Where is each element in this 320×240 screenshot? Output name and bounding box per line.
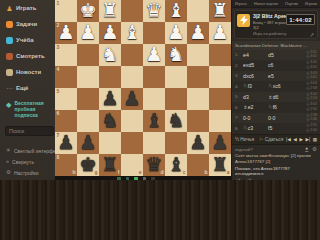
white-bishop[interactable]: ♝ <box>165 0 187 22</box>
square-g2[interactable]: ♟ <box>77 22 99 44</box>
square-b6[interactable] <box>187 110 209 132</box>
system-message: Похоже, что Алекс1877787 отсоединился <box>235 166 317 176</box>
bottom-strip <box>55 176 231 180</box>
board-options-icon[interactable]: ▦ <box>313 137 317 142</box>
game-panel: ИгратьНовая партияПартииИгроки 3|2 Blitz… <box>231 0 320 180</box>
sun-icon: ☀ <box>6 148 11 154</box>
square-g3[interactable] <box>77 44 99 66</box>
sidebar-item-label: Ещё <box>16 85 28 91</box>
sidebar-footer: ☀Светлый интерфейс«Свернуть⚙Настройки <box>0 145 55 178</box>
feedback-row: ☝ ☟ <box>235 178 317 180</box>
add-friend-icon[interactable] <box>304 147 310 154</box>
square-d7[interactable] <box>143 132 165 154</box>
tab-2[interactable]: Партии <box>285 2 298 6</box>
move-times: ◷ 3:02◷ 3:02 <box>293 61 318 69</box>
white-move[interactable]: exd5 <box>243 62 268 68</box>
move-times: ◷ 2:58◷ 2:46 <box>293 114 318 122</box>
square-h6[interactable]: 6 <box>55 110 77 132</box>
prev-move-button[interactable]: ◀ <box>293 137 297 142</box>
black-pawn[interactable]: ♟ <box>77 132 99 154</box>
taskbar-icon-1[interactable] <box>126 177 130 180</box>
sidebar-item-label: Задачи <box>16 21 37 27</box>
black-time: ◷ 2:58 <box>306 87 317 91</box>
white-move[interactable]: ♘f3 <box>243 83 268 89</box>
move-list: 1.e4d5◷ 3:01◷ 3:012.exd5c6◷ 3:02◷ 3:023.… <box>232 50 320 134</box>
square-b7[interactable]: ♟ <box>187 132 209 154</box>
black-pawn[interactable]: ♟ <box>187 132 209 154</box>
collapse-icon: « <box>6 159 9 165</box>
move-nav: |◀◀▶▶|▦ <box>286 137 317 142</box>
lightning-icon <box>237 14 250 27</box>
white-bishop[interactable]: ♝ <box>121 22 143 44</box>
square-f2[interactable]: ♟ <box>99 22 121 44</box>
sidebar-footer-Настройки[interactable]: ⚙Настройки <box>0 167 55 178</box>
square-d6[interactable]: ♝ <box>143 110 165 132</box>
move-times: ◷ 3:02◷ 2:54 <box>293 93 318 101</box>
black-move[interactable]: c6 <box>268 62 293 68</box>
move-times: ◷ 3:03◷ 3:01 <box>293 72 318 80</box>
sidebar-item-Играть[interactable]: ♟Играть <box>0 0 55 16</box>
black-pawn[interactable]: ♟ <box>121 88 143 110</box>
move-times: ◷ 2:55◷ 2:40 <box>293 124 318 132</box>
sidebar-items: ♟ИгратьЗадачиУчёбаСмотретьНовости⋯Ещё <box>0 0 55 96</box>
square-a4[interactable] <box>209 66 231 88</box>
file-label: b <box>204 170 207 175</box>
square-f3[interactable]: ♞ <box>99 44 121 66</box>
square-d1[interactable]: ♛ <box>143 0 165 22</box>
square-g6[interactable] <box>77 110 99 132</box>
next-move-button[interactable]: ▶ <box>299 137 303 142</box>
move-number: 7. <box>235 115 243 120</box>
square-c8[interactable]: c♝ <box>165 154 187 176</box>
move-row-6: 6.♗e2♘f6◷ 3:00◷ 2:50 <box>232 102 320 113</box>
white-knight[interactable]: ♞ <box>99 44 121 66</box>
white-queen[interactable]: ♛ <box>143 0 165 22</box>
square-h2[interactable]: 2♟ <box>55 22 77 44</box>
square-c1[interactable]: ♝ <box>165 0 187 22</box>
sidebar-item-Смотреть[interactable]: Смотреть <box>0 48 55 64</box>
black-move[interactable]: ♗d6 <box>268 94 293 100</box>
black-pawn[interactable]: ♟ <box>209 132 231 154</box>
rank-label: 1 <box>57 1 60 6</box>
black-rook[interactable]: ♜ <box>99 154 121 176</box>
square-d3[interactable]: ♟ <box>143 44 165 66</box>
square-g7[interactable]: ♟ <box>77 132 99 154</box>
sidebar-item-label: Играть <box>16 5 36 11</box>
black-move[interactable]: e5 <box>268 73 293 79</box>
diamond-icon: ◆ <box>6 101 11 108</box>
tournament-time-control: 3|2 <box>253 25 315 30</box>
square-g4[interactable] <box>77 66 99 88</box>
white-pawn[interactable]: ♟ <box>55 22 77 44</box>
square-h1[interactable]: 1 <box>55 0 77 22</box>
square-e7[interactable] <box>121 132 143 154</box>
black-bishop[interactable]: ♝ <box>143 110 165 132</box>
free-trial-label: Бесплатная пробная подписка <box>14 100 51 118</box>
move-number: 1. <box>235 52 243 57</box>
black-time: ◷ 2:46 <box>306 118 317 122</box>
move-row-1: 1.e4d5◷ 3:01◷ 3:01 <box>232 50 320 61</box>
square-d4[interactable] <box>143 66 165 88</box>
sidebar-footer-label: Свернуть <box>12 159 34 165</box>
file-label: e <box>139 170 142 175</box>
taskbar-icon-4[interactable] <box>151 177 155 180</box>
tournament-banner[interactable]: 3|2 Blitz Арена Блиц • 387 игроков 3|2 1… <box>234 10 318 39</box>
white-move[interactable]: dxc6 <box>243 73 268 79</box>
sidebar-item-label: Новости <box>16 69 41 75</box>
white-rook[interactable]: ♜ <box>99 0 121 22</box>
square-f5[interactable]: ♟ <box>99 88 121 110</box>
black-time: ◷ 2:50 <box>306 108 317 112</box>
white-rook[interactable]: ♜ <box>209 0 231 22</box>
sidebar-footer-Светлый интерфейс[interactable]: ☀Светлый интерфейс <box>0 145 55 156</box>
black-bishop[interactable]: ♝ <box>165 154 187 176</box>
square-f7[interactable] <box>99 132 121 154</box>
move-row-5: 5.d3♗d6◷ 3:02◷ 2:54 <box>232 92 320 103</box>
tab-1[interactable]: Новая партия <box>254 2 278 6</box>
sidebar-item-Учёба[interactable]: Учёба <box>0 32 55 48</box>
square-c7[interactable] <box>165 132 187 154</box>
taskbar-icon-0[interactable] <box>117 177 121 180</box>
chess-board[interactable]: 1♚♜♛♝♜2♟♟♟♝♟♟♟3♞♟♞45♟♟6♞♝♞7♟♟♟♟8hg♚f♜ed♛… <box>55 0 231 176</box>
black-time: ◷ 2:54 <box>306 97 317 101</box>
white-pawn[interactable]: ♟ <box>99 22 121 44</box>
square-f4[interactable] <box>99 66 121 88</box>
black-move[interactable]: ♘xc6 <box>268 83 293 89</box>
rank-label: 3 <box>57 45 60 50</box>
move-row-4: 4.♘f3♘xc6◷ 3:04◷ 2:58 <box>232 81 320 92</box>
square-b5[interactable] <box>187 88 209 110</box>
square-a5[interactable] <box>209 88 231 110</box>
black-time: ◷ 3:02 <box>306 66 317 70</box>
square-a3[interactable] <box>209 44 231 66</box>
chat-icons: ⚙ <box>304 147 317 154</box>
black-rook[interactable]: ♜ <box>209 154 231 176</box>
square-f1[interactable]: ♜ <box>99 0 121 22</box>
square-b2[interactable]: ♟ <box>187 22 209 44</box>
white-knight[interactable]: ♞ <box>165 44 187 66</box>
black-time: ◷ 2:40 <box>306 129 317 133</box>
graduation-cap-icon <box>6 37 13 44</box>
move-number: 3. <box>235 73 243 78</box>
move-row-3: 3.dxc6e5◷ 3:03◷ 3:01 <box>232 71 320 82</box>
match-score-message: Счёт матча смитБлэкхоукс [2] против Алек… <box>235 153 311 164</box>
rank-label: 8 <box>57 155 60 160</box>
rank-label: 6 <box>57 111 60 116</box>
puzzle-icon <box>6 21 13 28</box>
square-e5[interactable]: ♟ <box>121 88 143 110</box>
more-icon: ⋯ <box>6 85 13 92</box>
move-number: 4. <box>235 84 243 89</box>
tv-icon <box>6 53 13 60</box>
sidebar-footer-Свернуть[interactable]: «Свернуть <box>0 156 55 167</box>
opening-name: Scandinavian Defense: Blackburne Klooste… <box>232 41 320 50</box>
square-g5[interactable] <box>77 88 99 110</box>
square-c2[interactable]: ♟ <box>165 22 187 44</box>
move-number: 5. <box>235 94 243 99</box>
move-times: ◷ 3:01◷ 3:01 <box>293 51 318 59</box>
draw-button[interactable]: ½ Ничья <box>235 137 254 142</box>
white-pawn[interactable]: ♟ <box>165 22 187 44</box>
sidebar-item-label: Учёба <box>16 37 34 43</box>
square-c5[interactable] <box>165 88 187 110</box>
sidebar-item-label: Смотреть <box>16 53 45 59</box>
black-time: ◷ 3:01 <box>306 76 317 80</box>
black-pawn[interactable]: ♟ <box>55 132 77 154</box>
black-pawn[interactable]: ♟ <box>99 88 121 110</box>
tab-3[interactable]: Игроки <box>305 2 317 6</box>
move-row-7: 7.0-00-0◷ 2:58◷ 2:46 <box>232 113 320 124</box>
square-a8[interactable]: a♜ <box>209 154 231 176</box>
white-king[interactable]: ♚ <box>77 0 99 22</box>
square-e1[interactable] <box>121 0 143 22</box>
white-move[interactable]: ♗e2 <box>243 104 268 110</box>
square-b4[interactable] <box>187 66 209 88</box>
white-pawn[interactable]: ♟ <box>187 22 209 44</box>
move-number: 2. <box>235 63 243 68</box>
resign-button[interactable]: ⚐ Сдаться <box>259 137 283 142</box>
square-b3[interactable] <box>187 44 209 66</box>
move-number: 6. <box>235 105 243 110</box>
square-c4[interactable] <box>165 66 187 88</box>
white-move[interactable]: 0-0 <box>243 115 268 121</box>
square-f8[interactable]: f♜ <box>99 154 121 176</box>
square-h5[interactable]: 5 <box>55 88 77 110</box>
square-b8[interactable]: b <box>187 154 209 176</box>
square-e6[interactable] <box>121 110 143 132</box>
square-a7[interactable]: ♟ <box>209 132 231 154</box>
taskbar-icon-2[interactable] <box>134 177 138 180</box>
share-icon[interactable]: ↗ <box>309 32 314 38</box>
move-times: ◷ 3:04◷ 2:58 <box>293 82 318 90</box>
white-move[interactable]: e4 <box>243 52 268 58</box>
chat-area: ⚙ подлый? Счёт матча смитБлэкхоукс [2] п… <box>232 145 320 181</box>
square-h8[interactable]: 8h <box>55 154 77 176</box>
black-knight[interactable]: ♞ <box>165 110 187 132</box>
square-d8[interactable]: d♛ <box>143 154 165 176</box>
black-time: ◷ 3:01 <box>306 55 317 59</box>
taskbar-icon-3[interactable] <box>143 177 147 180</box>
white-move[interactable]: d3 <box>243 94 268 100</box>
move-times: ◷ 3:00◷ 2:50 <box>293 103 318 111</box>
square-e2[interactable]: ♝ <box>121 22 143 44</box>
square-a2[interactable]: ♟ <box>209 22 231 44</box>
black-queen[interactable]: ♛ <box>143 154 165 176</box>
square-g8[interactable]: g♚ <box>77 154 99 176</box>
sidebar-item-Новости[interactable]: Новости <box>0 64 55 80</box>
black-move[interactable]: d5 <box>268 52 293 58</box>
square-h4[interactable]: 4 <box>55 66 77 88</box>
square-e4[interactable] <box>121 66 143 88</box>
sidebar: ♟ИгратьЗадачиУчёбаСмотретьНовости⋯Ещё ◆ … <box>0 0 55 180</box>
rated-label: Игра по рейтингу <box>253 31 315 36</box>
black-move[interactable]: f5 <box>268 125 293 131</box>
black-king[interactable]: ♚ <box>77 154 99 176</box>
tournament-countdown: 1:44:02 <box>286 14 315 25</box>
rank-label: 5 <box>57 89 60 94</box>
sidebar-footer-label: Настройки <box>14 170 39 176</box>
white-pawn[interactable]: ♟ <box>143 44 165 66</box>
square-g1[interactable]: ♚ <box>77 0 99 22</box>
thumbs-up-icon[interactable]: ☝ <box>235 178 242 180</box>
free-trial-button[interactable]: ◆ Бесплатная пробная подписка <box>0 96 55 122</box>
first-move-button[interactable]: |◀ <box>286 137 291 142</box>
black-move[interactable]: ♘f6 <box>268 104 293 110</box>
thumbs-down-icon[interactable]: ☟ <box>246 178 253 180</box>
pawn-icon: ♟ <box>6 5 13 12</box>
sidebar-item-Задачи[interactable]: Задачи <box>0 16 55 32</box>
square-a6[interactable] <box>209 110 231 132</box>
chat-settings-icon[interactable]: ⚙ <box>312 147 317 153</box>
sidebar-item-Ещё[interactable]: ⋯Ещё <box>0 80 55 96</box>
white-pawn[interactable]: ♟ <box>209 22 231 44</box>
square-b1[interactable] <box>187 0 209 22</box>
square-e3[interactable] <box>121 44 143 66</box>
black-knight[interactable]: ♞ <box>99 110 121 132</box>
newspaper-icon <box>6 69 13 76</box>
search-input[interactable] <box>5 126 54 136</box>
gear-icon: ⚙ <box>6 170 11 176</box>
move-row-2: 2.exd5c6◷ 3:02◷ 3:02 <box>232 60 320 71</box>
file-label: h <box>72 170 75 175</box>
rank-label: 4 <box>57 67 60 72</box>
right-tabs: ИгратьНовая партияПартииИгроки <box>232 0 320 8</box>
white-pawn[interactable]: ♟ <box>77 22 99 44</box>
move-number: 8. <box>235 126 243 131</box>
move-row-8: 8.♘c3f5◷ 2:55◷ 2:40 <box>232 123 320 134</box>
tab-0[interactable]: Играть <box>235 2 247 6</box>
square-h3[interactable]: 3 <box>55 44 77 66</box>
square-c3[interactable]: ♞ <box>165 44 187 66</box>
square-d2[interactable] <box>143 22 165 44</box>
square-e8[interactable]: e <box>121 154 143 176</box>
square-a1[interactable]: ♜ <box>209 0 231 22</box>
square-h7[interactable]: 7♟ <box>55 132 77 154</box>
black-move[interactable]: 0-0 <box>268 115 293 121</box>
square-d5[interactable] <box>143 88 165 110</box>
square-c6[interactable]: ♞ <box>165 110 187 132</box>
action-bar: ½ Ничья ⚐ Сдаться |◀◀▶▶|▦ <box>232 134 320 145</box>
white-move[interactable]: ♘c3 <box>243 125 268 131</box>
square-f6[interactable]: ♞ <box>99 110 121 132</box>
last-move-button[interactable]: ▶| <box>305 137 310 142</box>
